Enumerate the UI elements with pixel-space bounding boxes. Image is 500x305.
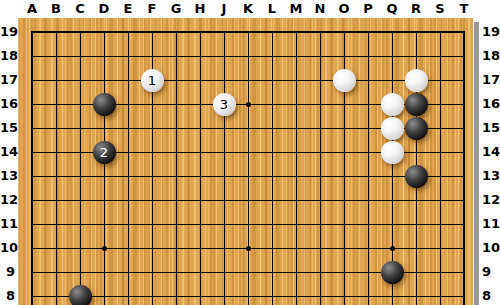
black-stone[interactable]	[381, 261, 404, 284]
star-point	[246, 102, 251, 107]
star-point	[246, 246, 251, 251]
grid-line-vertical	[56, 31, 57, 305]
column-label: P	[356, 0, 380, 17]
row-label-right: 15	[482, 120, 500, 136]
grid-line-vertical	[440, 31, 441, 305]
grid-line-vertical	[31, 31, 33, 305]
grid-line-horizontal	[31, 31, 465, 33]
grid-line-vertical	[128, 31, 129, 305]
grid-line-horizontal	[31, 296, 465, 297]
board-shadow	[474, 22, 479, 305]
grid-line-vertical	[176, 31, 177, 305]
row-label-right: 11	[482, 216, 500, 232]
row-label-right: 12	[482, 192, 500, 208]
row-label-right: 17	[482, 72, 500, 88]
white-stone[interactable]	[381, 141, 404, 164]
grid-line-vertical	[368, 31, 369, 305]
column-label: M	[284, 0, 308, 17]
row-label-left: 11	[0, 216, 15, 232]
black-stone[interactable]	[69, 285, 92, 305]
row-label-left: 12	[0, 192, 15, 208]
grid-line-vertical	[224, 31, 225, 305]
white-stone[interactable]: 1	[141, 69, 164, 92]
white-stone[interactable]	[333, 69, 356, 92]
column-label: T	[452, 0, 476, 17]
row-label-left: 17	[0, 72, 15, 88]
row-label-right: 19	[482, 24, 500, 40]
black-stone[interactable]	[93, 93, 116, 116]
column-label: S	[428, 0, 452, 17]
column-label: L	[260, 0, 284, 17]
column-label: E	[116, 0, 140, 17]
column-label: R	[404, 0, 428, 17]
grid-line-vertical	[248, 31, 249, 305]
column-label: F	[140, 0, 164, 17]
grid-line-vertical	[296, 31, 297, 305]
grid-line-horizontal	[31, 56, 465, 57]
grid-line-vertical	[463, 31, 465, 305]
column-label: O	[332, 0, 356, 17]
row-label-right: 14	[482, 144, 500, 160]
row-label-left: 9	[0, 264, 15, 280]
move-number: 3	[220, 98, 228, 111]
move-number: 1	[148, 74, 156, 87]
white-stone[interactable]: 3	[213, 93, 236, 116]
grid-line-vertical	[272, 31, 273, 305]
black-stone[interactable]	[405, 117, 428, 140]
row-label-right: 10	[482, 240, 500, 256]
grid-line-vertical	[320, 31, 321, 305]
star-point	[390, 246, 395, 251]
row-label-left: 8	[0, 288, 15, 304]
grid-line-horizontal	[31, 80, 465, 81]
column-label: H	[188, 0, 212, 17]
go-diagram: 213ABCDEFGHJKLMNOPQRST191918181717161615…	[0, 0, 500, 305]
white-stone[interactable]	[405, 69, 428, 92]
row-label-left: 16	[0, 96, 15, 112]
row-label-right: 9	[482, 264, 500, 280]
column-label: C	[68, 0, 92, 17]
row-label-right: 13	[482, 168, 500, 184]
black-stone[interactable]	[405, 165, 428, 188]
star-point	[102, 246, 107, 251]
white-stone[interactable]	[381, 93, 404, 116]
grid-line-vertical	[80, 31, 81, 305]
column-label: A	[20, 0, 44, 17]
row-label-left: 18	[0, 48, 15, 64]
row-label-left: 15	[0, 120, 15, 136]
grid-line-horizontal	[31, 176, 465, 177]
move-number: 2	[100, 146, 108, 159]
grid-line-horizontal	[31, 224, 465, 225]
column-label: Q	[380, 0, 404, 17]
column-label: J	[212, 0, 236, 17]
black-stone[interactable]: 2	[93, 141, 116, 164]
grid-line-vertical	[200, 31, 201, 305]
column-label: B	[44, 0, 68, 17]
row-label-right: 16	[482, 96, 500, 112]
column-label: G	[164, 0, 188, 17]
row-label-left: 13	[0, 168, 15, 184]
black-stone[interactable]	[405, 93, 428, 116]
column-label: N	[308, 0, 332, 17]
row-label-right: 8	[482, 288, 500, 304]
row-label-left: 10	[0, 240, 15, 256]
column-label: D	[92, 0, 116, 17]
row-label-right: 18	[482, 48, 500, 64]
row-label-left: 14	[0, 144, 15, 160]
go-board[interactable]	[18, 18, 473, 305]
row-label-left: 19	[0, 24, 15, 40]
grid-line-horizontal	[31, 200, 465, 201]
grid-line-vertical	[104, 31, 105, 305]
column-label: K	[236, 0, 260, 17]
white-stone[interactable]	[381, 117, 404, 140]
